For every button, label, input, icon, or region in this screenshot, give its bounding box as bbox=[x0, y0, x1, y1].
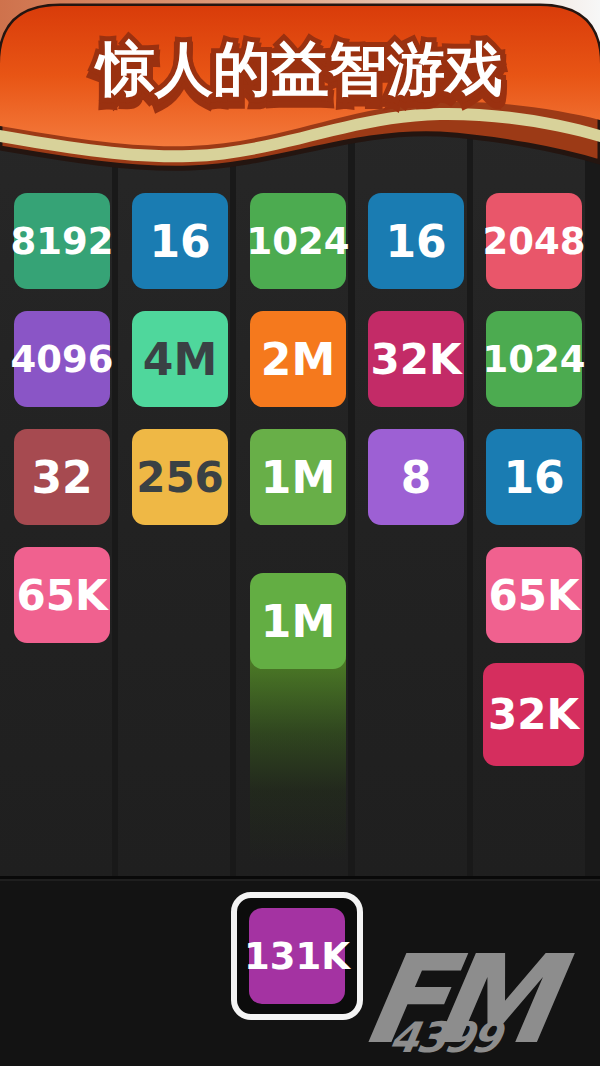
tile-2048: 2048 bbox=[486, 193, 582, 289]
tile-4M: 4M bbox=[132, 311, 228, 407]
launch-zone: 131K FM 4399 bbox=[0, 876, 600, 1066]
tile-32: 32 bbox=[14, 429, 110, 525]
tile-8192: 8192 bbox=[14, 193, 110, 289]
tile-16: 16 bbox=[132, 193, 228, 289]
game-screen: 819216102416204840964M2M32K1024322561M81… bbox=[0, 0, 600, 1066]
tile-65K: 65K bbox=[14, 547, 110, 643]
tile-1M-falling: 1M bbox=[250, 573, 346, 669]
title-banner: 惊人的益智游戏 惊人的益智游戏 bbox=[0, 0, 600, 190]
launcher-tile-value: 131K bbox=[244, 935, 350, 978]
tile-1M: 1M bbox=[250, 429, 346, 525]
tile-256: 256 bbox=[132, 429, 228, 525]
tile-16: 16 bbox=[486, 429, 582, 525]
tile-1024: 1024 bbox=[250, 193, 346, 289]
tile-65K: 65K bbox=[486, 547, 582, 643]
tile-4096: 4096 bbox=[14, 311, 110, 407]
watermark-4399-text: 4399 bbox=[386, 1013, 504, 1062]
banner-title: 惊人的益智游戏 bbox=[94, 35, 503, 103]
tile-8: 8 bbox=[368, 429, 464, 525]
tile-16: 16 bbox=[368, 193, 464, 289]
watermark-fm-text: FM bbox=[354, 939, 600, 1061]
tile-32K: 32K bbox=[368, 311, 464, 407]
tile-2M: 2M bbox=[250, 311, 346, 407]
tile-1024: 1024 bbox=[486, 311, 582, 407]
tile-32K: 32K bbox=[483, 663, 584, 766]
drop-trail bbox=[250, 640, 346, 862]
fm4399-watermark: FM 4399 bbox=[353, 939, 600, 1066]
launcher-tile[interactable]: 131K bbox=[249, 908, 345, 1004]
launcher-frame[interactable]: 131K bbox=[231, 892, 363, 1020]
